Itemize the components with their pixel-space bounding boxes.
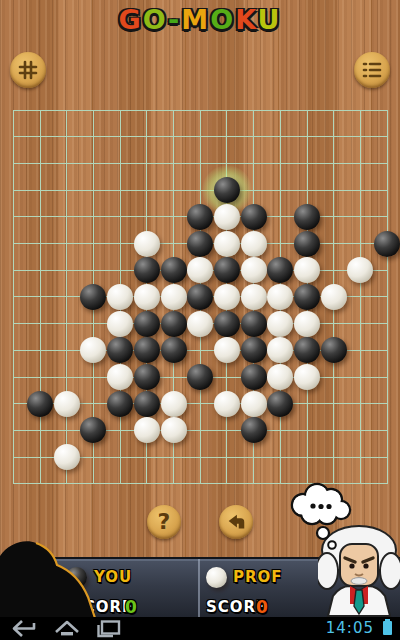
board-grid-line-vertical (360, 110, 361, 484)
stone-white (267, 311, 293, 337)
stone-white (267, 284, 293, 310)
stone-white (241, 257, 267, 283)
battery-icon (383, 621, 392, 635)
stone-white (241, 391, 267, 417)
thought-bubble (282, 480, 372, 555)
stone-black (294, 284, 320, 310)
stone-black (134, 257, 160, 283)
board-grid-line-horizontal (13, 430, 387, 431)
stone-black (294, 204, 320, 230)
stone-white (187, 311, 213, 337)
board-grid-line-vertical (387, 110, 388, 484)
stone-black (187, 231, 213, 257)
stone-black (187, 284, 213, 310)
stone-black (241, 311, 267, 337)
stone-black (214, 311, 240, 337)
stone-white (107, 311, 133, 337)
stone-white (321, 284, 347, 310)
stone-white (134, 417, 160, 443)
stone-white (80, 337, 106, 363)
player-prof-score-value: 0 (256, 597, 268, 617)
stone-white (161, 284, 187, 310)
stone-white (161, 417, 187, 443)
stone-white (107, 364, 133, 390)
stone-black (187, 204, 213, 230)
stone-white (214, 204, 240, 230)
stone-black (107, 391, 133, 417)
player-prof-name: PROF (233, 568, 283, 586)
stone-black (214, 177, 240, 203)
back-icon[interactable] (10, 619, 40, 638)
stone-black (241, 417, 267, 443)
stone-black (161, 257, 187, 283)
undo-arrow-icon (225, 511, 247, 533)
stone-white (294, 257, 320, 283)
stone-white (214, 391, 240, 417)
home-icon[interactable] (52, 619, 82, 638)
gomoku-app-screen: { "game": "gomoku", "app_title": { "text… (0, 0, 400, 640)
player-prof-stone-icon (206, 567, 227, 588)
stone-white (294, 364, 320, 390)
stone-black (241, 204, 267, 230)
avatar-silhouette (0, 538, 120, 618)
panel-divider (198, 559, 200, 619)
stone-white (214, 337, 240, 363)
stone-black (107, 337, 133, 363)
stone-black (80, 417, 106, 443)
stone-white (241, 231, 267, 257)
stone-black (267, 257, 293, 283)
player-you-score-value: 0 (125, 597, 137, 617)
stone-white (54, 444, 80, 470)
stone-black (294, 231, 320, 257)
stone-black (134, 364, 160, 390)
stone-white (267, 364, 293, 390)
android-nav-bar: 14:05 (0, 617, 400, 640)
recent-apps-icon[interactable] (94, 619, 124, 638)
stone-white (134, 284, 160, 310)
stone-white (267, 337, 293, 363)
stone-white (187, 257, 213, 283)
undo-button[interactable] (219, 505, 253, 539)
stone-black (134, 391, 160, 417)
stone-black (241, 364, 267, 390)
stone-black (294, 337, 320, 363)
stone-white (134, 231, 160, 257)
stone-black (161, 337, 187, 363)
stone-white (214, 231, 240, 257)
stone-black (80, 284, 106, 310)
stone-black (134, 311, 160, 337)
stone-white (241, 284, 267, 310)
stone-black (321, 337, 347, 363)
stone-black (241, 337, 267, 363)
help-button[interactable]: ? (147, 505, 181, 539)
stone-black (214, 257, 240, 283)
stone-black (187, 364, 213, 390)
clock: 14:05 (326, 619, 374, 637)
stone-black (27, 391, 53, 417)
board[interactable] (0, 0, 400, 500)
stone-white (107, 284, 133, 310)
stone-white (54, 391, 80, 417)
stone-black (374, 231, 400, 257)
stone-black (267, 391, 293, 417)
stone-white (161, 391, 187, 417)
stone-white (347, 257, 373, 283)
question-mark-icon: ? (158, 507, 171, 537)
stone-white (214, 284, 240, 310)
stone-black (161, 311, 187, 337)
stone-white (294, 311, 320, 337)
stone-black (134, 337, 160, 363)
